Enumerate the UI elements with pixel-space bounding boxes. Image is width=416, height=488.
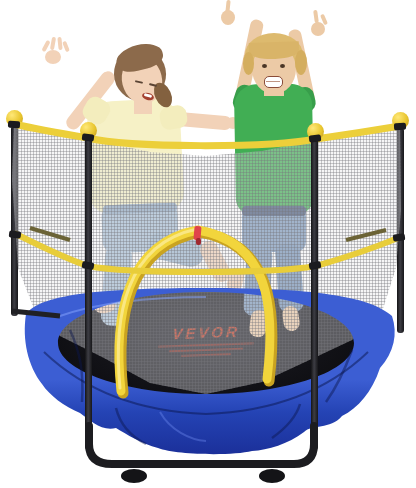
front-left-pole bbox=[85, 138, 92, 450]
mat-warning-print bbox=[169, 348, 243, 353]
boy-eye bbox=[262, 64, 267, 68]
boy-eye bbox=[280, 64, 285, 68]
product-photo-trampoline: VEVOR bbox=[0, 0, 416, 488]
boy-grin-line bbox=[266, 81, 280, 82]
rear-left-pole bbox=[11, 126, 18, 316]
front-right-pole bbox=[311, 139, 318, 450]
band-clamp-icon bbox=[9, 230, 22, 239]
band-clamp-icon bbox=[394, 123, 406, 131]
boy-jeans-leg bbox=[243, 245, 273, 316]
rear-right-pole bbox=[397, 128, 404, 333]
dome-foot-icon bbox=[121, 469, 147, 483]
dome-foot-icon bbox=[259, 469, 285, 483]
boy-tshirt bbox=[234, 83, 314, 214]
girl-hand-open bbox=[45, 50, 61, 64]
boy-hair-tuft bbox=[295, 50, 307, 75]
band-clamp-icon bbox=[309, 134, 322, 143]
mat-warning-print bbox=[181, 353, 231, 357]
boy-grin bbox=[264, 76, 283, 88]
boy-jeans-waistband bbox=[242, 206, 306, 216]
band-clamp-icon bbox=[8, 121, 20, 129]
band-clamp-icon bbox=[308, 261, 321, 270]
girl-finger bbox=[50, 37, 56, 50]
girl-jeans-leg-straight bbox=[100, 245, 133, 327]
girl-tshirt-sleeve bbox=[158, 104, 189, 131]
girl-jeans-leg-bent bbox=[146, 230, 207, 270]
boy-finger bbox=[313, 10, 319, 23]
zipper-pull-icon bbox=[193, 226, 201, 241]
band-clamp-icon bbox=[81, 261, 94, 270]
band-clamp-icon bbox=[82, 133, 95, 142]
girl-finger bbox=[62, 41, 70, 53]
boy-jeans-leg bbox=[275, 243, 305, 313]
boy-hair-tuft bbox=[243, 52, 254, 75]
